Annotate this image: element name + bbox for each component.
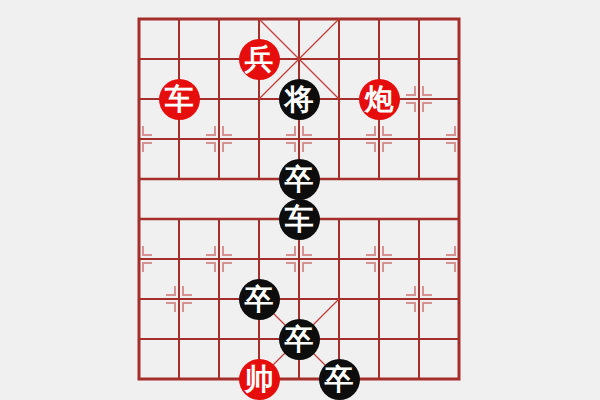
red-general-piece[interactable]: 帅 xyxy=(239,359,280,400)
black-general-piece[interactable]: 将 xyxy=(279,79,320,120)
black-chariot-piece[interactable]: 车 xyxy=(279,199,320,240)
xiangqi-board[interactable]: 兵车将炮卒车卒卒帅卒 xyxy=(119,0,479,399)
black-soldier-piece[interactable]: 卒 xyxy=(279,319,320,360)
red-soldier-piece[interactable]: 兵 xyxy=(239,39,280,80)
black-soldier-piece[interactable]: 卒 xyxy=(239,279,280,320)
pieces-layer[interactable]: 兵车将炮卒车卒卒帅卒 xyxy=(119,0,479,399)
red-chariot-piece[interactable]: 车 xyxy=(159,79,200,120)
black-soldier-piece[interactable]: 卒 xyxy=(319,359,360,400)
red-cannon-piece[interactable]: 炮 xyxy=(359,79,400,120)
black-soldier-piece[interactable]: 卒 xyxy=(279,159,320,200)
